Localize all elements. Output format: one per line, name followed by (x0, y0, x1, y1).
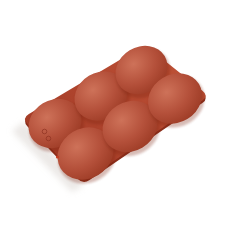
product-photo (0, 0, 230, 230)
red-speck (56, 155, 59, 158)
screenshot-root (0, 0, 230, 230)
